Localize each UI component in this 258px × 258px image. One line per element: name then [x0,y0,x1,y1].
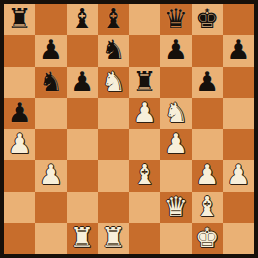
square-d8[interactable]: ♝ [98,4,129,35]
piece-black-queen-f8: ♛ [164,4,188,34]
piece-white-rook-c1: ♜ [70,223,94,253]
square-h4[interactable] [223,129,254,160]
piece-black-pawn-f7: ♟ [164,35,188,65]
square-e4[interactable] [129,129,160,160]
square-c1[interactable]: ♜ [67,223,98,254]
square-a5[interactable]: ♟ [4,98,35,129]
square-f4[interactable]: ♟ [160,129,191,160]
square-a2[interactable] [4,192,35,223]
piece-black-pawn-a5: ♟ [8,98,32,128]
square-b1[interactable] [35,223,66,254]
square-b4[interactable] [35,129,66,160]
square-c2[interactable] [67,192,98,223]
square-g7[interactable] [192,35,223,66]
piece-white-pawn-h3: ♟ [226,160,250,190]
square-a6[interactable] [4,67,35,98]
piece-white-bishop-e3: ♝ [133,160,157,190]
square-g6[interactable]: ♟ [192,67,223,98]
square-f2[interactable]: ♛ [160,192,191,223]
square-c7[interactable] [67,35,98,66]
piece-white-rook-d1: ♜ [101,223,125,253]
square-f3[interactable] [160,160,191,191]
square-b5[interactable] [35,98,66,129]
square-g1[interactable]: ♚ [192,223,223,254]
piece-white-knight-f5: ♞ [164,98,188,128]
square-b2[interactable] [35,192,66,223]
piece-black-pawn-b7: ♟ [39,35,63,65]
piece-white-king-g1: ♚ [195,223,219,253]
square-g4[interactable] [192,129,223,160]
piece-black-rook-a8: ♜ [8,4,32,34]
square-c4[interactable] [67,129,98,160]
piece-black-knight-d7: ♞ [101,35,125,65]
square-c6[interactable]: ♟ [67,67,98,98]
square-d3[interactable] [98,160,129,191]
square-b6[interactable]: ♞ [35,67,66,98]
piece-white-knight-d6: ♞ [101,67,125,97]
chess-board: ♜♝♝♛♚♟♞♟♟♞♟♞♜♟♟♟♞♟♟♟♝♟♟♛♝♜♜♚ [4,4,254,254]
square-c5[interactable] [67,98,98,129]
square-f6[interactable] [160,67,191,98]
square-h1[interactable] [223,223,254,254]
square-h2[interactable] [223,192,254,223]
square-d4[interactable] [98,129,129,160]
piece-white-pawn-a4: ♟ [8,129,32,159]
square-f7[interactable]: ♟ [160,35,191,66]
square-d5[interactable] [98,98,129,129]
square-h3[interactable]: ♟ [223,160,254,191]
piece-black-bishop-c8: ♝ [70,4,94,34]
piece-white-pawn-g3: ♟ [195,160,219,190]
square-e8[interactable] [129,4,160,35]
piece-black-pawn-h7: ♟ [226,35,250,65]
piece-black-knight-b6: ♞ [39,67,63,97]
square-f8[interactable]: ♛ [160,4,191,35]
chess-diagram: ♜♝♝♛♚♟♞♟♟♞♟♞♜♟♟♟♞♟♟♟♝♟♟♛♝♜♜♚ [0,0,258,258]
square-b8[interactable] [35,4,66,35]
square-d1[interactable]: ♜ [98,223,129,254]
square-a1[interactable] [4,223,35,254]
square-g8[interactable]: ♚ [192,4,223,35]
square-c8[interactable]: ♝ [67,4,98,35]
square-b3[interactable]: ♟ [35,160,66,191]
piece-black-rook-e6: ♜ [133,67,157,97]
square-e5[interactable]: ♟ [129,98,160,129]
square-c3[interactable] [67,160,98,191]
square-a3[interactable] [4,160,35,191]
square-h6[interactable] [223,67,254,98]
piece-white-pawn-e5: ♟ [133,98,157,128]
piece-black-bishop-d8: ♝ [101,4,125,34]
square-d6[interactable]: ♞ [98,67,129,98]
square-a4[interactable]: ♟ [4,129,35,160]
square-e3[interactable]: ♝ [129,160,160,191]
square-e7[interactable] [129,35,160,66]
piece-black-king-g8: ♚ [195,4,219,34]
square-g5[interactable] [192,98,223,129]
piece-white-queen-f2: ♛ [164,192,188,222]
square-g3[interactable]: ♟ [192,160,223,191]
piece-white-pawn-f4: ♟ [164,129,188,159]
square-e6[interactable]: ♜ [129,67,160,98]
square-d7[interactable]: ♞ [98,35,129,66]
square-a7[interactable] [4,35,35,66]
square-h7[interactable]: ♟ [223,35,254,66]
board-frame: ♜♝♝♛♚♟♞♟♟♞♟♞♜♟♟♟♞♟♟♟♝♟♟♛♝♜♜♚ [0,0,258,258]
piece-white-pawn-b3: ♟ [39,160,63,190]
square-g2[interactable]: ♝ [192,192,223,223]
square-h8[interactable] [223,4,254,35]
square-f5[interactable]: ♞ [160,98,191,129]
piece-black-pawn-c6: ♟ [70,67,94,97]
piece-white-bishop-g2: ♝ [195,192,219,222]
square-d2[interactable] [98,192,129,223]
square-a8[interactable]: ♜ [4,4,35,35]
square-h5[interactable] [223,98,254,129]
square-f1[interactable] [160,223,191,254]
square-e2[interactable] [129,192,160,223]
square-b7[interactable]: ♟ [35,35,66,66]
square-e1[interactable] [129,223,160,254]
piece-black-pawn-g6: ♟ [195,67,219,97]
